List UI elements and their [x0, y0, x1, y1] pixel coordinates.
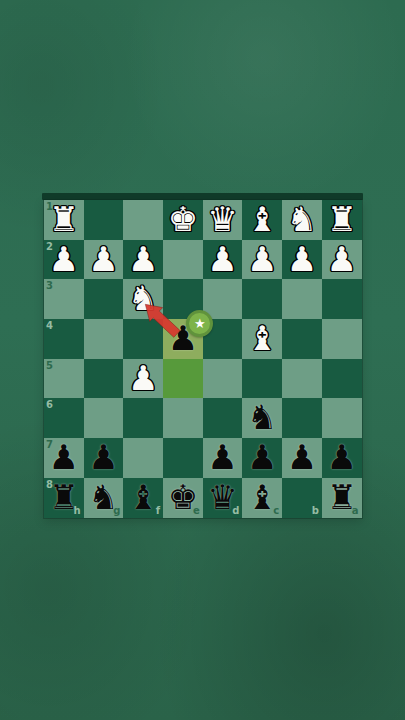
black-pawn[interactable]: ♟ — [49, 440, 79, 474]
white-pawn[interactable]: ♟ — [326, 242, 356, 276]
white-rook[interactable]: ♜ — [49, 202, 79, 236]
white-king[interactable]: ♚ — [168, 202, 198, 236]
rank-label-4: 4 — [46, 321, 53, 331]
file-label-b: b — [312, 506, 319, 516]
square-h4[interactable]: 4 — [44, 319, 84, 359]
square-g2[interactable]: ♟ — [84, 240, 124, 280]
square-e1[interactable]: ♚ — [163, 200, 203, 240]
square-d2[interactable]: ♟ — [203, 240, 243, 280]
square-d1[interactable]: ♛ — [203, 200, 243, 240]
rank-label-5: 5 — [46, 361, 53, 371]
square-c3[interactable] — [242, 279, 282, 319]
square-c2[interactable]: ♟ — [242, 240, 282, 280]
black-knight[interactable]: ♞ — [247, 400, 277, 434]
black-rook[interactable]: ♜ — [49, 480, 79, 514]
star-icon: ★ — [194, 316, 206, 329]
square-c4[interactable]: ♝ — [242, 319, 282, 359]
black-pawn[interactable]: ♟ — [207, 440, 237, 474]
black-knight[interactable]: ♞ — [88, 480, 118, 514]
square-a1[interactable]: ♜ — [322, 200, 362, 240]
square-e2[interactable] — [163, 240, 203, 280]
white-pawn[interactable]: ♟ — [207, 242, 237, 276]
white-knight[interactable]: ♞ — [128, 281, 158, 315]
square-h5[interactable]: 5 — [44, 359, 84, 399]
square-h3[interactable]: 3 — [44, 279, 84, 319]
white-pawn[interactable]: ♟ — [49, 242, 79, 276]
square-b6[interactable] — [282, 398, 322, 438]
square-g6[interactable] — [84, 398, 124, 438]
square-a2[interactable]: ♟ — [322, 240, 362, 280]
square-h8[interactable]: 8h♜ — [44, 478, 84, 518]
black-bishop[interactable]: ♝ — [247, 480, 277, 514]
square-h6[interactable]: 6 — [44, 398, 84, 438]
square-d5[interactable] — [203, 359, 243, 399]
black-pawn[interactable]: ♟ — [287, 440, 317, 474]
square-g5[interactable] — [84, 359, 124, 399]
square-f3[interactable]: ♞ — [123, 279, 163, 319]
square-a7[interactable]: ♟ — [322, 438, 362, 478]
square-b8[interactable]: b — [282, 478, 322, 518]
white-pawn[interactable]: ♟ — [128, 242, 158, 276]
square-f6[interactable] — [123, 398, 163, 438]
square-b4[interactable] — [282, 319, 322, 359]
white-pawn[interactable]: ♟ — [287, 242, 317, 276]
square-d8[interactable]: d♛ — [203, 478, 243, 518]
square-e7[interactable] — [163, 438, 203, 478]
black-pawn[interactable]: ♟ — [88, 440, 118, 474]
square-b2[interactable]: ♟ — [282, 240, 322, 280]
square-c8[interactable]: c♝ — [242, 478, 282, 518]
white-bishop[interactable]: ♝ — [247, 202, 277, 236]
square-f8[interactable]: f♝ — [123, 478, 163, 518]
black-pawn[interactable]: ♟ — [326, 440, 356, 474]
square-h1[interactable]: 1♜ — [44, 200, 84, 240]
square-a6[interactable] — [322, 398, 362, 438]
square-g7[interactable]: ♟ — [84, 438, 124, 478]
rank-label-3: 3 — [46, 281, 53, 291]
square-c5[interactable] — [242, 359, 282, 399]
square-b3[interactable] — [282, 279, 322, 319]
square-e8[interactable]: e♚ — [163, 478, 203, 518]
white-bishop[interactable]: ♝ — [247, 321, 277, 355]
chess-board[interactable]: 1♜♚♛♝♞♜2♟♟♟♟♟♟♟3♞4♟♝5♟6♞7♟♟♟♟♟♟8h♜g♞f♝e♚… — [44, 200, 362, 518]
square-e5[interactable] — [163, 359, 203, 399]
square-b1[interactable]: ♞ — [282, 200, 322, 240]
white-pawn[interactable]: ♟ — [247, 242, 277, 276]
video-frame: 1♜♚♛♝♞♜2♟♟♟♟♟♟♟3♞4♟♝5♟6♞7♟♟♟♟♟♟8h♜g♞f♝e♚… — [0, 0, 405, 720]
white-pawn[interactable]: ♟ — [128, 361, 158, 395]
rank-label-6: 6 — [46, 400, 53, 410]
square-c1[interactable]: ♝ — [242, 200, 282, 240]
square-c7[interactable]: ♟ — [242, 438, 282, 478]
square-d7[interactable]: ♟ — [203, 438, 243, 478]
black-bishop[interactable]: ♝ — [128, 480, 158, 514]
square-g8[interactable]: g♞ — [84, 478, 124, 518]
square-a4[interactable] — [322, 319, 362, 359]
square-c6[interactable]: ♞ — [242, 398, 282, 438]
square-f2[interactable]: ♟ — [123, 240, 163, 280]
white-knight[interactable]: ♞ — [287, 202, 317, 236]
square-g4[interactable] — [84, 319, 124, 359]
white-queen[interactable]: ♛ — [207, 202, 237, 236]
square-h2[interactable]: 2♟ — [44, 240, 84, 280]
white-rook[interactable]: ♜ — [326, 202, 356, 236]
square-e6[interactable] — [163, 398, 203, 438]
black-king[interactable]: ♚ — [168, 480, 198, 514]
black-pawn[interactable]: ♟ — [247, 440, 277, 474]
black-rook[interactable]: ♜ — [326, 480, 356, 514]
square-b5[interactable] — [282, 359, 322, 399]
best-move-star-badge: ★ — [186, 310, 213, 337]
square-f7[interactable] — [123, 438, 163, 478]
square-g3[interactable] — [84, 279, 124, 319]
black-queen[interactable]: ♛ — [207, 480, 237, 514]
square-f5[interactable]: ♟ — [123, 359, 163, 399]
square-f4[interactable] — [123, 319, 163, 359]
square-a5[interactable] — [322, 359, 362, 399]
white-pawn[interactable]: ♟ — [88, 242, 118, 276]
square-a3[interactable] — [322, 279, 362, 319]
square-d6[interactable] — [203, 398, 243, 438]
square-f1[interactable] — [123, 200, 163, 240]
square-a8[interactable]: a♜ — [322, 478, 362, 518]
square-h7[interactable]: 7♟ — [44, 438, 84, 478]
square-b7[interactable]: ♟ — [282, 438, 322, 478]
square-g1[interactable] — [84, 200, 124, 240]
